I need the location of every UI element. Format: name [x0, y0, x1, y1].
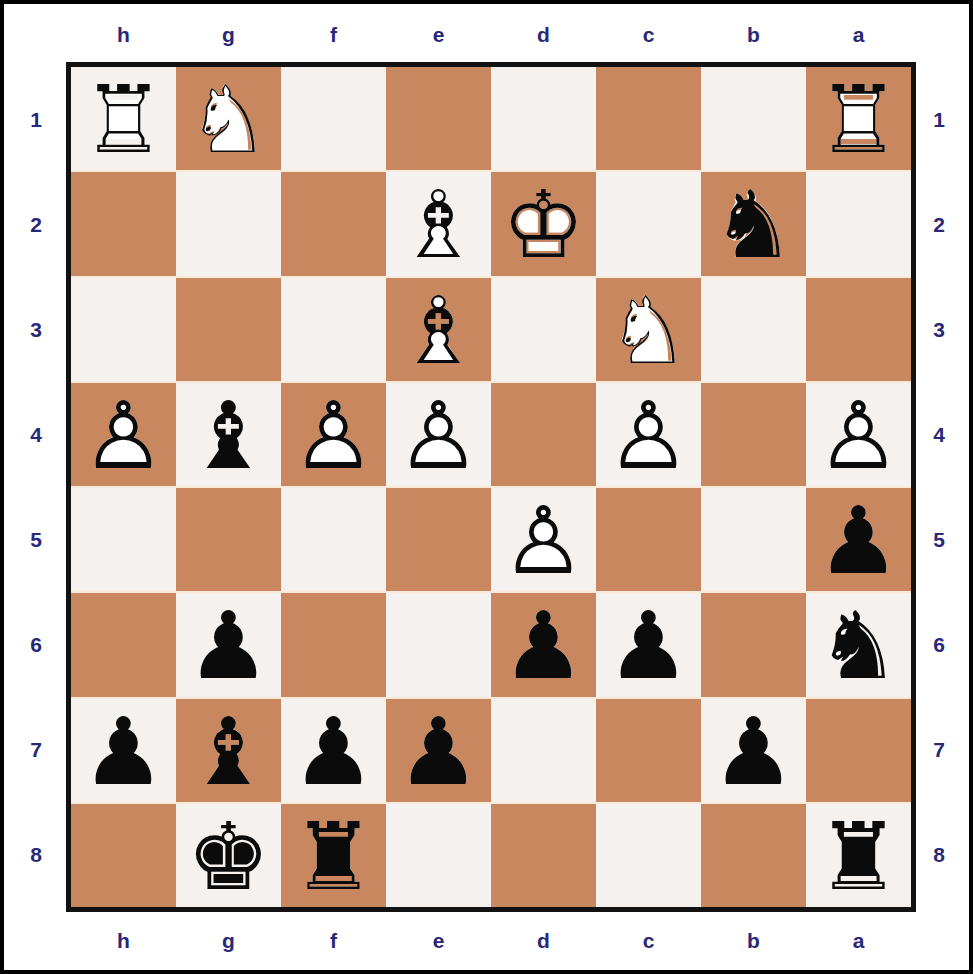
- file-label-f: f: [330, 929, 337, 953]
- black-bishop-glyph: ♝: [178, 384, 279, 485]
- black-pawn-glyph: ♟: [73, 700, 174, 801]
- rank-label-8: 8: [30, 843, 42, 867]
- square-h1[interactable]: ♜♖: [71, 67, 176, 170]
- black-pawn-c6: ♙♟: [598, 594, 699, 695]
- rank-label-7: 7: [933, 738, 945, 762]
- rank-label-1: 1: [933, 108, 945, 132]
- black-bishop-g7: ♗♝: [178, 700, 279, 801]
- square-g3[interactable]: [176, 278, 281, 381]
- square-f4[interactable]: ♟♙: [281, 383, 386, 486]
- square-c5[interactable]: [596, 488, 701, 591]
- square-a1[interactable]: ♜♖: [806, 67, 911, 170]
- black-rook-glyph: ♜: [283, 805, 384, 906]
- square-c3[interactable]: ♞♘: [596, 278, 701, 381]
- square-b3[interactable]: [701, 278, 806, 381]
- black-king-g8: ♔♚: [178, 805, 279, 906]
- square-e1[interactable]: [386, 67, 491, 170]
- file-label-h: h: [117, 929, 130, 953]
- rank-label-3: 3: [30, 318, 42, 342]
- white-pawn-d5: ♟♙: [493, 489, 594, 590]
- square-h3[interactable]: [71, 278, 176, 381]
- black-rook-a8: ♖♜: [808, 805, 909, 906]
- white-pawn-glyph: ♙: [493, 489, 594, 590]
- black-knight-glyph: ♞: [703, 173, 804, 274]
- square-f1[interactable]: [281, 67, 386, 170]
- white-pawn-f4: ♟♙: [283, 384, 384, 485]
- square-g7[interactable]: ♗♝: [176, 699, 281, 802]
- black-pawn-glyph: ♟: [283, 700, 384, 801]
- black-pawn-d6: ♙♟: [493, 594, 594, 695]
- square-b6[interactable]: [701, 593, 806, 696]
- file-label-g: g: [222, 929, 235, 953]
- square-d8[interactable]: [491, 804, 596, 907]
- rank-label-5: 5: [933, 528, 945, 552]
- black-pawn-g6: ♙♟: [178, 594, 279, 695]
- square-d5[interactable]: ♟♙: [491, 488, 596, 591]
- rank-label-2: 2: [933, 213, 945, 237]
- file-label-d: d: [537, 23, 550, 47]
- file-labels-top: hgfedcba: [71, 12, 911, 58]
- square-h5[interactable]: [71, 488, 176, 591]
- square-c1[interactable]: [596, 67, 701, 170]
- square-g1[interactable]: ♞♘: [176, 67, 281, 170]
- rank-label-4: 4: [30, 423, 42, 447]
- white-rook-glyph: ♖: [73, 68, 174, 169]
- square-e7[interactable]: ♙♟: [386, 699, 491, 802]
- chess-diagram: hgfedcba 12345678 ♜♖♞♘♜♖♝♗♚♔♘♞♝♗♞♘♟♙♗♝♟♙…: [0, 0, 973, 974]
- square-a2[interactable]: [806, 172, 911, 275]
- square-d3[interactable]: [491, 278, 596, 381]
- square-b7[interactable]: ♙♟: [701, 699, 806, 802]
- square-a3[interactable]: [806, 278, 911, 381]
- square-g6[interactable]: ♙♟: [176, 593, 281, 696]
- rank-label-7: 7: [30, 738, 42, 762]
- white-knight-glyph: ♘: [598, 279, 699, 380]
- square-f3[interactable]: [281, 278, 386, 381]
- square-c8[interactable]: [596, 804, 701, 907]
- file-label-b: b: [747, 23, 760, 47]
- white-pawn-c4: ♟♙: [598, 384, 699, 485]
- black-pawn-glyph: ♟: [598, 594, 699, 695]
- square-h6[interactable]: [71, 593, 176, 696]
- black-king-glyph: ♚: [178, 805, 279, 906]
- square-e4[interactable]: ♟♙: [386, 383, 491, 486]
- white-pawn-glyph: ♙: [598, 384, 699, 485]
- rank-label-6: 6: [30, 633, 42, 657]
- square-a4[interactable]: ♟♙: [806, 383, 911, 486]
- white-rook-a1: ♜♖: [808, 68, 909, 169]
- square-a8[interactable]: ♖♜: [806, 804, 911, 907]
- square-c7[interactable]: [596, 699, 701, 802]
- file-label-f: f: [330, 23, 337, 47]
- rank-label-8: 8: [933, 843, 945, 867]
- square-c4[interactable]: ♟♙: [596, 383, 701, 486]
- black-pawn-glyph: ♟: [388, 700, 489, 801]
- file-label-g: g: [222, 23, 235, 47]
- file-label-c: c: [643, 929, 655, 953]
- white-rook-h1: ♜♖: [73, 68, 174, 169]
- square-d2[interactable]: ♚♔: [491, 172, 596, 275]
- rank-label-4: 4: [933, 423, 945, 447]
- square-h4[interactable]: ♟♙: [71, 383, 176, 486]
- white-king-d2: ♚♔: [493, 173, 594, 274]
- black-bishop-glyph: ♝: [178, 700, 279, 801]
- square-e2[interactable]: ♝♗: [386, 172, 491, 275]
- white-bishop-e3: ♝♗: [388, 279, 489, 380]
- square-g5[interactable]: [176, 488, 281, 591]
- rank-labels-left: 12345678: [12, 67, 60, 907]
- black-knight-glyph: ♞: [808, 594, 909, 695]
- square-d6[interactable]: ♙♟: [491, 593, 596, 696]
- file-label-a: a: [853, 929, 865, 953]
- square-b5[interactable]: [701, 488, 806, 591]
- white-pawn-glyph: ♙: [73, 384, 174, 485]
- black-rook-f8: ♖♜: [283, 805, 384, 906]
- square-b1[interactable]: [701, 67, 806, 170]
- white-bishop-glyph: ♗: [388, 173, 489, 274]
- black-pawn-glyph: ♟: [493, 594, 594, 695]
- square-h2[interactable]: [71, 172, 176, 275]
- square-b2[interactable]: ♘♞: [701, 172, 806, 275]
- file-labels-bottom: hgfedcba: [71, 916, 911, 966]
- white-pawn-glyph: ♙: [388, 384, 489, 485]
- square-b8[interactable]: [701, 804, 806, 907]
- white-bishop-glyph: ♗: [388, 279, 489, 380]
- black-bishop-g4: ♗♝: [178, 384, 279, 485]
- black-pawn-glyph: ♟: [703, 700, 804, 801]
- white-king-glyph: ♔: [493, 173, 594, 274]
- square-g8[interactable]: ♔♚: [176, 804, 281, 907]
- rank-label-2: 2: [30, 213, 42, 237]
- rank-labels-right: 12345678: [916, 67, 962, 907]
- white-knight-g1: ♞♘: [178, 68, 279, 169]
- square-f6[interactable]: [281, 593, 386, 696]
- square-d4[interactable]: [491, 383, 596, 486]
- square-a5[interactable]: ♙♟: [806, 488, 911, 591]
- square-e6[interactable]: [386, 593, 491, 696]
- file-label-e: e: [433, 23, 445, 47]
- square-f7[interactable]: ♙♟: [281, 699, 386, 802]
- file-label-d: d: [537, 929, 550, 953]
- white-knight-c3: ♞♘: [598, 279, 699, 380]
- white-bishop-e2: ♝♗: [388, 173, 489, 274]
- black-rook-glyph: ♜: [808, 805, 909, 906]
- black-pawn-b7: ♙♟: [703, 700, 804, 801]
- rank-label-3: 3: [933, 318, 945, 342]
- black-pawn-glyph: ♟: [808, 489, 909, 590]
- rank-label-6: 6: [933, 633, 945, 657]
- white-pawn-a4: ♟♙: [808, 384, 909, 485]
- square-c2[interactable]: [596, 172, 701, 275]
- white-rook-glyph: ♖: [808, 68, 909, 169]
- chess-board: ♜♖♞♘♜♖♝♗♚♔♘♞♝♗♞♘♟♙♗♝♟♙♟♙♟♙♟♙♟♙♙♟♙♟♙♟♙♟♘♞…: [66, 62, 916, 912]
- square-f8[interactable]: ♖♜: [281, 804, 386, 907]
- rank-label-5: 5: [30, 528, 42, 552]
- white-knight-glyph: ♘: [178, 68, 279, 169]
- black-knight-b2: ♘♞: [703, 173, 804, 274]
- square-e8[interactable]: [386, 804, 491, 907]
- square-b4[interactable]: [701, 383, 806, 486]
- square-c6[interactable]: ♙♟: [596, 593, 701, 696]
- white-pawn-glyph: ♙: [283, 384, 384, 485]
- black-knight-a6: ♘♞: [808, 594, 909, 695]
- file-label-a: a: [853, 23, 865, 47]
- square-f2[interactable]: [281, 172, 386, 275]
- white-pawn-e4: ♟♙: [388, 384, 489, 485]
- black-pawn-glyph: ♟: [178, 594, 279, 695]
- square-a6[interactable]: ♘♞: [806, 593, 911, 696]
- square-a7[interactable]: [806, 699, 911, 802]
- file-label-c: c: [643, 23, 655, 47]
- file-label-h: h: [117, 23, 130, 47]
- file-label-e: e: [433, 929, 445, 953]
- square-e5[interactable]: [386, 488, 491, 591]
- white-pawn-glyph: ♙: [808, 384, 909, 485]
- black-pawn-e7: ♙♟: [388, 700, 489, 801]
- square-h7[interactable]: ♙♟: [71, 699, 176, 802]
- square-g4[interactable]: ♗♝: [176, 383, 281, 486]
- square-f5[interactable]: [281, 488, 386, 591]
- black-pawn-h7: ♙♟: [73, 700, 174, 801]
- black-pawn-f7: ♙♟: [283, 700, 384, 801]
- square-e3[interactable]: ♝♗: [386, 278, 491, 381]
- square-g2[interactable]: [176, 172, 281, 275]
- white-pawn-h4: ♟♙: [73, 384, 174, 485]
- square-d7[interactable]: [491, 699, 596, 802]
- file-label-b: b: [747, 929, 760, 953]
- square-h8[interactable]: [71, 804, 176, 907]
- rank-label-1: 1: [30, 108, 42, 132]
- square-d1[interactable]: [491, 67, 596, 170]
- black-pawn-a5: ♙♟: [808, 489, 909, 590]
